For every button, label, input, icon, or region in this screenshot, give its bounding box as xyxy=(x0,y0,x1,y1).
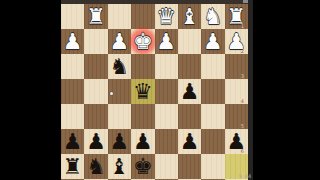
piece-wB-c1: ♝ xyxy=(178,4,201,29)
piece-bP-a6: ♟ xyxy=(225,129,248,154)
square-h3[interactable] xyxy=(61,54,84,79)
square-c2[interactable] xyxy=(178,29,201,54)
square-d4[interactable] xyxy=(155,79,178,104)
piece-bP-f6: ♟ xyxy=(108,129,131,154)
piece-wK-e2: ♚ xyxy=(131,29,154,54)
square-g2[interactable] xyxy=(84,29,107,54)
piece-wP-a2: ♟ xyxy=(225,29,248,54)
square-e6[interactable]: ♟ xyxy=(131,129,154,154)
square-a8[interactable] xyxy=(225,179,248,180)
piece-bB-f7: ♝ xyxy=(108,154,131,179)
square-d5[interactable] xyxy=(155,104,178,129)
square-b8[interactable] xyxy=(201,179,224,180)
square-a1[interactable]: ♜1 xyxy=(225,4,248,29)
square-d3[interactable] xyxy=(155,54,178,79)
rank-label-2: 2 xyxy=(241,48,244,54)
square-h5[interactable] xyxy=(61,104,84,129)
piece-wR-g1: ♜ xyxy=(84,4,107,29)
square-c8[interactable] xyxy=(178,179,201,180)
board-right-edge-strip xyxy=(248,0,253,180)
piece-bN-g7: ♞ xyxy=(84,154,107,179)
square-e1[interactable] xyxy=(131,4,154,29)
piece-bP-g6: ♟ xyxy=(84,129,107,154)
letterbox-right xyxy=(253,0,320,180)
square-g7[interactable]: ♞ xyxy=(84,154,107,179)
piece-wR-a1: ♜ xyxy=(225,4,248,29)
piece-wP-h2: ♟ xyxy=(61,29,84,54)
square-d7[interactable] xyxy=(155,154,178,179)
square-h8[interactable] xyxy=(61,179,84,180)
square-b1[interactable]: ♞ xyxy=(201,4,224,29)
square-g1[interactable]: ♜ xyxy=(84,4,107,29)
rank-label-1: 1 xyxy=(241,23,244,29)
square-c5[interactable] xyxy=(178,104,201,129)
square-f2[interactable]: ♟ xyxy=(108,29,131,54)
square-b7[interactable] xyxy=(201,154,224,179)
square-b2[interactable]: ♟ xyxy=(201,29,224,54)
rank-label-5: 5 xyxy=(241,123,244,129)
square-c6[interactable]: ♟ xyxy=(178,129,201,154)
square-g5[interactable] xyxy=(84,104,107,129)
square-g3[interactable] xyxy=(84,54,107,79)
piece-bQ-e4: ♛ xyxy=(131,79,154,104)
square-f8[interactable] xyxy=(108,179,131,180)
rank-label-4: 4 xyxy=(241,98,244,104)
piece-bR-h7: ♜ xyxy=(61,154,84,179)
square-g4[interactable] xyxy=(84,79,107,104)
piece-wP-b2: ♟ xyxy=(201,29,224,54)
square-g6[interactable]: ♟ xyxy=(84,129,107,154)
piece-wP-d2: ♟ xyxy=(155,29,178,54)
square-a6[interactable]: ♟6 xyxy=(225,129,248,154)
square-b4[interactable] xyxy=(201,79,224,104)
square-h6[interactable]: ♟ xyxy=(61,129,84,154)
square-a2[interactable]: ♟2 xyxy=(225,29,248,54)
mouse-cursor-dot xyxy=(110,92,113,95)
square-f7[interactable]: ♝ xyxy=(108,154,131,179)
piece-bK-e7: ♚ xyxy=(131,154,154,179)
square-b5[interactable] xyxy=(201,104,224,129)
square-e7[interactable]: ♚ xyxy=(131,154,154,179)
square-f6[interactable]: ♟ xyxy=(108,129,131,154)
square-h4[interactable] xyxy=(61,79,84,104)
square-d6[interactable] xyxy=(155,129,178,154)
square-e8[interactable] xyxy=(131,179,154,180)
piece-bP-e6: ♟ xyxy=(131,129,154,154)
square-h7[interactable]: ♜ xyxy=(61,154,84,179)
square-h2[interactable]: ♟ xyxy=(61,29,84,54)
square-c7[interactable] xyxy=(178,154,201,179)
rank-label-3: 3 xyxy=(241,73,244,79)
piece-wP-f2: ♟ xyxy=(108,29,131,54)
top-right-ui-artifact xyxy=(243,0,248,3)
square-e2[interactable]: ♚ xyxy=(131,29,154,54)
square-a3[interactable]: 3 xyxy=(225,54,248,79)
square-d2[interactable]: ♟ xyxy=(155,29,178,54)
square-f1[interactable] xyxy=(108,4,131,29)
square-b3[interactable] xyxy=(201,54,224,79)
square-g8[interactable] xyxy=(84,179,107,180)
piece-bP-c6: ♟ xyxy=(178,129,201,154)
piece-bN-f3: ♞ xyxy=(108,54,131,79)
chess-board: ♜♛♝♞♜1♟♟♚♟♟♟2♞3♛♟45♟♟♟♟♟♟6♜♞♝♚7 xyxy=(61,4,248,180)
square-a4[interactable]: 4 xyxy=(225,79,248,104)
piece-wQ-d1: ♛ xyxy=(155,4,178,29)
square-c4[interactable]: ♟ xyxy=(178,79,201,104)
board-viewport: ♜♛♝♞♜1♟♟♚♟♟♟2♞3♛♟45♟♟♟♟♟♟6♜♞♝♚7 xyxy=(61,4,248,180)
square-e4[interactable]: ♛ xyxy=(131,79,154,104)
square-d1[interactable]: ♛ xyxy=(155,4,178,29)
corner-timestamp: 9:44 xyxy=(239,173,251,179)
square-f5[interactable] xyxy=(108,104,131,129)
piece-bP-c4: ♟ xyxy=(178,79,201,104)
square-d8[interactable] xyxy=(155,179,178,180)
video-frame: ♜♛♝♞♜1♟♟♚♟♟♟2♞3♛♟45♟♟♟♟♟♟6♜♞♝♚7 9:44 xyxy=(0,0,320,180)
square-c1[interactable]: ♝ xyxy=(178,4,201,29)
rank-label-6: 6 xyxy=(241,148,244,154)
piece-wN-b1: ♞ xyxy=(201,4,224,29)
square-e5[interactable] xyxy=(131,104,154,129)
square-h1[interactable] xyxy=(61,4,84,29)
square-e3[interactable] xyxy=(131,54,154,79)
piece-bP-h6: ♟ xyxy=(61,129,84,154)
square-c3[interactable] xyxy=(178,54,201,79)
square-f3[interactable]: ♞ xyxy=(108,54,131,79)
square-b6[interactable] xyxy=(201,129,224,154)
letterbox-left xyxy=(0,0,61,180)
square-a5[interactable]: 5 xyxy=(225,104,248,129)
